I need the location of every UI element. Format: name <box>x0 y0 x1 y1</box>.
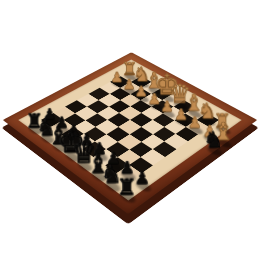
chess-board: ♜♞♝♚♛♝♞♜♟♟♟♟♟♟♟♟♟♟♟♟♟♟♟♟♜♞♝♚♛♝♞♜♞♝ <box>3 52 258 214</box>
maple-frame: ♜♞♝♚♛♝♞♜♟♟♟♟♟♟♟♟♟♟♟♟♟♟♟♟♜♞♝♚♛♝♞♜♞♝ <box>18 59 241 200</box>
chess-set-photo: ♜♞♝♚♛♝♞♜♟♟♟♟♟♟♟♟♟♟♟♟♟♟♟♟♜♞♝♚♛♝♞♜♞♝ <box>0 0 280 280</box>
piece-glyph-knight: ♞ <box>198 130 230 152</box>
playing-field: ♜♞♝♚♛♝♞♜♟♟♟♟♟♟♟♟♟♟♟♟♟♟♟♟♜♞♝♚♛♝♞♜♞♝ <box>41 70 219 182</box>
rosewood-border: ♜♞♝♚♛♝♞♜♟♟♟♟♟♟♟♟♟♟♟♟♟♟♟♟♜♞♝♚♛♝♞♜♞♝ <box>3 52 258 214</box>
piece-glyph-rook: ♜ <box>109 176 144 198</box>
scene: ♜♞♝♚♛♝♞♜♟♟♟♟♟♟♟♟♟♟♟♟♟♟♟♟♜♞♝♚♛♝♞♜♞♝ <box>0 0 280 280</box>
